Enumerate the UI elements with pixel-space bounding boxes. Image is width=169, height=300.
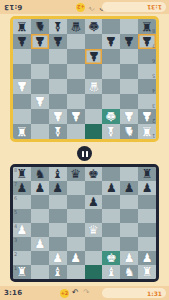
square-f7[interactable]: ♟ (102, 34, 120, 49)
square-c1[interactable]: ♝ (49, 124, 67, 139)
square-d6[interactable] (67, 195, 85, 209)
square-h5[interactable] (138, 209, 156, 223)
piece-black-pawn: ♟ (34, 35, 46, 48)
square-g4[interactable] (120, 223, 138, 237)
piece-white-pawn: ♟ (123, 110, 135, 123)
square-g4[interactable] (120, 79, 138, 94)
piece-white-knight: ♞ (124, 266, 135, 278)
piece-black-knight: ♞ (34, 20, 46, 33)
rank-label: 7 (14, 182, 17, 187)
piece-black-rook: ♜ (142, 168, 153, 180)
piece-black-queen: ♛ (70, 168, 81, 180)
square-d2[interactable]: ♟ (67, 251, 85, 265)
piece-white-bishop: ♝ (106, 266, 117, 278)
square-a7[interactable]: ♟ (13, 34, 31, 49)
square-a6[interactable] (13, 49, 31, 64)
square-c5[interactable] (49, 64, 67, 79)
piece-white-pawn: ♟ (70, 252, 81, 264)
square-d4[interactable] (67, 79, 85, 94)
piece-white-king: ♚ (105, 110, 117, 123)
square-d5[interactable] (67, 64, 85, 79)
square-g7[interactable]: ♟ (120, 181, 138, 195)
square-d8[interactable]: ♛ (67, 19, 85, 34)
square-b5[interactable] (31, 209, 49, 223)
square-g2[interactable]: ♟ (120, 109, 138, 124)
rank-label: 1 (14, 266, 17, 271)
piece-white-rook: ♜ (142, 266, 153, 278)
square-e4[interactable]: ♛ (85, 223, 103, 237)
piece-black-knight: ♞ (34, 168, 45, 180)
square-e6[interactable]: ♟ (85, 49, 103, 64)
piece-white-king: ♚ (106, 252, 117, 264)
piece-black-king: ♚ (88, 168, 99, 180)
rank-label: 5 (14, 210, 17, 215)
coin-badge-top[interactable]: +2 (76, 3, 85, 12)
square-c7[interactable]: ♟ (49, 181, 67, 195)
piece-black-pawn: ♟ (17, 182, 28, 194)
square-b5[interactable] (31, 64, 49, 79)
square-e5[interactable] (85, 64, 103, 79)
square-h3[interactable] (138, 237, 156, 251)
square-d1[interactable] (67, 124, 85, 139)
square-e5[interactable] (85, 209, 103, 223)
square-d2[interactable]: ♟ (67, 109, 85, 124)
square-g6[interactable] (120, 49, 138, 64)
square-f3[interactable] (102, 94, 120, 109)
square-e8[interactable]: ♚ (85, 167, 103, 181)
piece-black-pawn: ♟ (123, 35, 135, 48)
timer-pill-bottom: 1:31 (102, 288, 166, 298)
square-g8[interactable] (120, 167, 138, 181)
square-g3[interactable] (120, 237, 138, 251)
piece-black-pawn: ♟ (52, 182, 63, 194)
piece-black-pawn: ♟ (106, 182, 117, 194)
square-b4[interactable] (31, 79, 49, 94)
piece-white-queen: ♛ (88, 224, 99, 236)
rank-label: 4 (14, 224, 17, 229)
timer-pill-top-value: 1:31 (143, 4, 166, 11)
square-g1[interactable]: ♞ (120, 265, 138, 279)
square-h4[interactable] (138, 223, 156, 237)
square-h1[interactable]: ♜ (138, 265, 156, 279)
square-h6[interactable]: 6 (138, 49, 156, 64)
square-c5[interactable] (49, 209, 67, 223)
square-e1[interactable] (85, 265, 103, 279)
square-b3[interactable]: ♟ (31, 94, 49, 109)
piece-white-pawn: ♟ (16, 80, 28, 93)
piece-black-rook: ♜ (141, 20, 153, 33)
square-f5[interactable] (102, 64, 120, 79)
square-c8[interactable]: ♝ (49, 19, 67, 34)
square-h3[interactable]: 3 (138, 94, 156, 109)
square-b8[interactable]: ♞ (31, 167, 49, 181)
piece-black-queen: ♛ (70, 20, 82, 33)
square-c2[interactable]: ♟ (49, 109, 67, 124)
hud-bar-bottom: 3:16 +2 ↶ ↷ 1:31 (0, 286, 169, 300)
square-g8[interactable] (120, 19, 138, 34)
square-b1[interactable] (31, 265, 49, 279)
piece-white-pawn: ♟ (34, 238, 45, 250)
square-c1[interactable]: ♝ (49, 265, 67, 279)
rank-label: 2 (14, 252, 17, 257)
piece-white-rook: ♜ (16, 125, 28, 138)
piece-black-pawn: ♟ (52, 35, 64, 48)
square-d4[interactable] (67, 223, 85, 237)
piece-white-pawn: ♟ (52, 110, 64, 123)
piece-white-queen: ♛ (88, 80, 100, 93)
piece-black-pawn: ♟ (88, 196, 99, 208)
square-f6[interactable] (102, 49, 120, 64)
rank-label: 3 (152, 103, 155, 108)
piece-white-bishop: ♝ (52, 125, 64, 138)
piece-black-rook: ♜ (17, 168, 28, 180)
square-e8[interactable]: ♚ (85, 19, 103, 34)
piece-white-pawn: ♟ (34, 95, 46, 108)
piece-black-pawn: ♟ (34, 182, 45, 194)
square-f8[interactable] (102, 167, 120, 181)
square-b6[interactable] (31, 49, 49, 64)
square-c4[interactable] (49, 79, 67, 94)
piece-black-pawn: ♟ (124, 182, 135, 194)
piece-black-king: ♚ (88, 20, 100, 33)
square-d6[interactable] (67, 49, 85, 64)
piece-black-pawn: ♟ (142, 182, 153, 194)
piece-white-pawn: ♟ (142, 252, 153, 264)
board-top-grid: ♜♞♝♛♚8♜♟♟♟♟♟7♟♟65♟♛4♟3♟♟♚♟2♟♜♝♝♞1♜ (13, 19, 156, 139)
clock-bottom: 3:16 (4, 289, 22, 297)
square-f3[interactable] (102, 237, 120, 251)
rank-label: 6 (152, 58, 155, 63)
square-h6[interactable] (138, 195, 156, 209)
piece-white-bishop: ♝ (105, 125, 117, 138)
square-c8[interactable]: ♝ (49, 167, 67, 181)
piece-white-pawn: ♟ (17, 224, 28, 236)
square-g1[interactable]: ♞ (120, 124, 138, 139)
piece-white-pawn: ♟ (141, 110, 153, 123)
square-b2[interactable] (31, 251, 49, 265)
rank-label: 1 (152, 133, 155, 138)
timer-pill-top: 1:31 (102, 2, 166, 12)
square-e3[interactable] (85, 237, 103, 251)
square-d5[interactable] (67, 209, 85, 223)
square-b2[interactable] (31, 109, 49, 124)
square-g3[interactable] (120, 94, 138, 109)
square-c4[interactable] (49, 223, 67, 237)
square-c6[interactable] (49, 49, 67, 64)
square-e7[interactable] (85, 34, 103, 49)
square-h5[interactable]: 5 (138, 64, 156, 79)
square-b8[interactable]: ♞ (31, 19, 49, 34)
square-a1[interactable]: 1♜ (13, 265, 31, 279)
piece-white-pawn: ♟ (52, 252, 63, 264)
rank-label: 2 (152, 118, 155, 123)
piece-white-pawn: ♟ (70, 110, 82, 123)
square-d7[interactable] (67, 181, 85, 195)
square-h7[interactable]: 7♟ (138, 34, 156, 49)
rank-label: 3 (14, 238, 17, 243)
square-h4[interactable]: 4 (138, 79, 156, 94)
square-g6[interactable] (120, 195, 138, 209)
square-g7[interactable]: ♟ (120, 34, 138, 49)
square-e7[interactable] (85, 181, 103, 195)
pause-button[interactable] (77, 146, 92, 161)
square-c2[interactable]: ♟ (49, 251, 67, 265)
square-a3[interactable]: 3 (13, 237, 31, 251)
square-f1[interactable]: ♝ (102, 124, 120, 139)
square-f1[interactable]: ♝ (102, 265, 120, 279)
square-a5[interactable]: 5 (13, 209, 31, 223)
rank-label: 4 (152, 88, 155, 93)
rank-label: 8 (14, 168, 17, 173)
square-d7[interactable] (67, 34, 85, 49)
square-c3[interactable] (49, 94, 67, 109)
square-a2[interactable] (13, 109, 31, 124)
redo-icon-bottom[interactable]: ↷ (83, 288, 90, 298)
square-c3[interactable] (49, 237, 67, 251)
square-a4[interactable]: 4♟ (13, 223, 31, 237)
clock-top: 6:13 (4, 3, 22, 11)
rank-label: 7 (152, 43, 155, 48)
square-d3[interactable] (67, 94, 85, 109)
square-h1[interactable]: 1♜ (138, 124, 156, 139)
piece-black-pawn: ♟ (88, 50, 100, 63)
square-a3[interactable] (13, 94, 31, 109)
board-bottom-grid: 8♜♞♝♛♚♜7♟♟♟♟♟♟6♟54♟♛3♟2♟♟♚♟♟1♜♝♝♞♜ (13, 167, 156, 279)
square-h8[interactable]: ♜ (138, 167, 156, 181)
square-b4[interactable] (31, 223, 49, 237)
piece-white-rook: ♜ (17, 266, 28, 278)
hud-bar-top: 6:13 +2 ↷ ↶ 1:31 (0, 0, 169, 14)
undo-icon-bottom[interactable]: ↶ (72, 288, 79, 298)
square-a7[interactable]: 7♟ (13, 181, 31, 195)
piece-black-pawn: ♟ (105, 35, 117, 48)
square-f2[interactable]: ♚ (102, 109, 120, 124)
pause-icon (86, 151, 88, 157)
square-a6[interactable]: 6 (13, 195, 31, 209)
board-top: ♜♞♝♛♚8♜♟♟♟♟♟7♟♟65♟♛4♟3♟♟♚♟2♟♜♝♝♞1♜ (10, 16, 159, 142)
piece-black-rook: ♜ (16, 20, 28, 33)
square-g5[interactable] (120, 209, 138, 223)
rank-label: 8 (152, 28, 155, 33)
redo-icon-top[interactable]: ↷ (88, 2, 95, 12)
piece-black-bishop: ♝ (52, 20, 64, 33)
piece-white-bishop: ♝ (52, 266, 63, 278)
square-d8[interactable]: ♛ (67, 167, 85, 181)
square-h2[interactable]: ♟ (138, 251, 156, 265)
square-f7[interactable]: ♟ (102, 181, 120, 195)
piece-white-pawn: ♟ (124, 252, 135, 264)
square-h7[interactable]: ♟ (138, 181, 156, 195)
square-f4[interactable] (102, 79, 120, 94)
square-e6[interactable]: ♟ (85, 195, 103, 209)
square-d1[interactable] (67, 265, 85, 279)
chess-app: 6:13 +2 ↷ ↶ 1:31 ♜♞♝♛♚8♜♟♟♟♟♟7♟♟65♟♛4♟3♟… (0, 0, 169, 300)
square-b7[interactable]: ♟ (31, 34, 49, 49)
coin-badge-bottom[interactable]: +2 (60, 289, 69, 298)
square-h8[interactable]: 8♜ (138, 19, 156, 34)
timer-pill-bottom-value: 1:31 (143, 290, 166, 297)
square-e1[interactable] (85, 124, 103, 139)
square-e3[interactable] (85, 94, 103, 109)
square-f6[interactable] (102, 195, 120, 209)
piece-white-rook: ♜ (141, 125, 153, 138)
square-d3[interactable] (67, 237, 85, 251)
square-h2[interactable]: 2♟ (138, 109, 156, 124)
square-f4[interactable] (102, 223, 120, 237)
square-f2[interactable]: ♚ (102, 251, 120, 265)
piece-white-knight: ♞ (123, 125, 135, 138)
square-a1[interactable]: ♜ (13, 124, 31, 139)
piece-black-pawn: ♟ (16, 35, 28, 48)
rank-label: 6 (14, 196, 17, 201)
square-a8[interactable]: 8♜ (13, 167, 31, 181)
square-e4[interactable]: ♛ (85, 79, 103, 94)
square-g2[interactable]: ♟ (120, 251, 138, 265)
square-a4[interactable]: ♟ (13, 79, 31, 94)
square-e2[interactable] (85, 251, 103, 265)
square-c6[interactable] (49, 195, 67, 209)
square-a2[interactable]: 2 (13, 251, 31, 265)
square-e2[interactable] (85, 109, 103, 124)
board-bottom: 8♜♞♝♛♚♜7♟♟♟♟♟♟6♟54♟♛3♟2♟♟♚♟♟1♜♝♝♞♜ (10, 164, 159, 282)
square-b3[interactable]: ♟ (31, 237, 49, 251)
piece-black-bishop: ♝ (52, 168, 63, 180)
square-a8[interactable]: ♜ (13, 19, 31, 34)
square-c7[interactable]: ♟ (49, 34, 67, 49)
square-b6[interactable] (31, 195, 49, 209)
square-g5[interactable] (120, 64, 138, 79)
square-f8[interactable] (102, 19, 120, 34)
square-b7[interactable]: ♟ (31, 181, 49, 195)
square-b1[interactable] (31, 124, 49, 139)
rank-label: 5 (152, 73, 155, 78)
square-f5[interactable] (102, 209, 120, 223)
piece-black-pawn: ♟ (141, 35, 153, 48)
square-a5[interactable] (13, 64, 31, 79)
pause-icon (82, 151, 84, 157)
